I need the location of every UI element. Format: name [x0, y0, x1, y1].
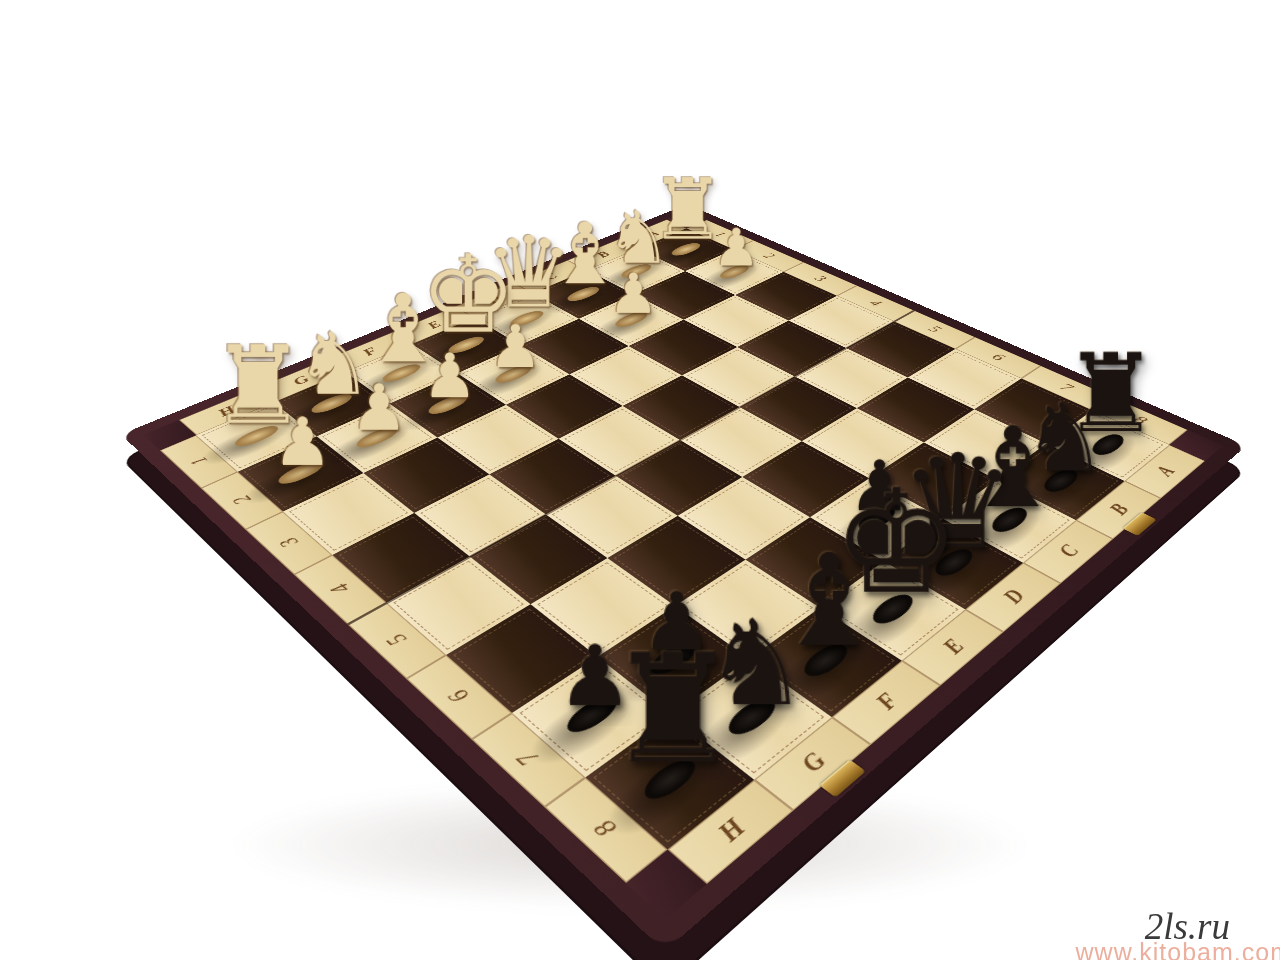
file-label-text: H [215, 404, 239, 418]
file-label-text: C [1054, 542, 1083, 560]
file-label-text: H [712, 814, 750, 846]
rank-label-text: 1 [711, 231, 728, 238]
square-h6 [446, 604, 597, 713]
rank-label-text: 4 [326, 580, 354, 597]
square-d7 [810, 478, 943, 561]
rank-label-3-left: 3 [245, 511, 332, 574]
file-label-text: A [643, 230, 662, 238]
watermark-kitobam: www.kitobam.com [1076, 938, 1280, 960]
file-label-text: A [1152, 463, 1179, 478]
rank-label-text: 7 [1056, 382, 1075, 393]
square-g3 [363, 438, 489, 513]
rank-label-text: 5 [925, 324, 944, 334]
file-label-text: E [938, 635, 970, 657]
square-g6 [531, 558, 675, 657]
file-label-text: E [424, 319, 445, 330]
file-label-A-near: A [1124, 445, 1205, 499]
square-e7 [745, 517, 884, 607]
file-label-text: B [1105, 501, 1133, 518]
square-f7 [675, 560, 820, 659]
square-g4 [414, 474, 546, 556]
rank-label-text: 8 [1130, 414, 1150, 426]
rank-label-text: 3 [811, 274, 829, 282]
rank-label-text: 6 [443, 685, 473, 706]
file-label-text: F [870, 689, 903, 713]
square-d6 [742, 441, 869, 517]
frame-corner [626, 850, 707, 920]
photo-scene: HGFEDCBA1122334455667788HGFEDCBA ♜♞♝♛♚♝♞… [0, 0, 1280, 960]
square-e6 [678, 477, 810, 560]
file-label-text: B [594, 250, 613, 259]
file-label-text: G [290, 374, 313, 387]
rank-label-text: 2 [760, 252, 777, 260]
square-g5 [470, 514, 608, 604]
square-e5 [616, 440, 743, 516]
file-label-text: D [484, 295, 505, 305]
file-label-B-near: B [1076, 481, 1161, 539]
file-label-text: F [359, 346, 380, 358]
rank-label-text: 6 [988, 352, 1007, 362]
square-h4 [332, 513, 469, 603]
rank-label-text: 4 [866, 299, 884, 308]
file-label-text: D [998, 586, 1029, 606]
file-label-text: G [796, 748, 831, 776]
rank-label-text: 3 [275, 534, 302, 550]
square-f5 [546, 476, 678, 558]
square-f4 [489, 439, 615, 515]
file-label-text: C [541, 272, 561, 281]
square-h5 [387, 556, 531, 654]
rank-label-text: 5 [381, 630, 410, 649]
square-f6 [607, 516, 745, 606]
